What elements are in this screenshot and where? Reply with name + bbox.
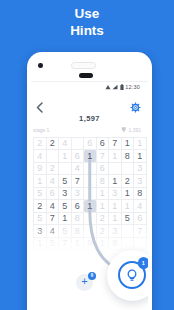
grid-cell[interactable]: 2 [47,138,60,151]
grid-cell[interactable]: 4 [47,175,60,188]
grid-cell[interactable]: 1 [134,138,147,151]
best-score-value: 1,391 [128,127,141,133]
grid-cell[interactable] [84,175,97,188]
grid-cell[interactable]: 3 [59,188,72,201]
grid-cell[interactable]: 6 [47,188,60,201]
grid-cell[interactable] [72,138,85,151]
stage-label: stage 1 [33,127,49,133]
grid-cell[interactable]: 1 [59,150,72,163]
grid-cell[interactable]: 6 [72,200,85,213]
grid-cell[interactable]: 1 [84,200,97,213]
grid-cell[interactable]: 3 [72,188,85,201]
grid-cell[interactable]: 1 [84,150,97,163]
promo-title-line1: Use [0,5,174,22]
promo-title-line2: Hints [0,22,174,39]
grid-cell[interactable]: 6 [72,150,85,163]
grid-cell[interactable]: 6 [84,138,97,151]
score-value: 1,597 [31,114,148,123]
cell-signal-icon [112,84,118,90]
battery-icon [120,84,124,91]
grid-cell[interactable]: 1 [122,200,135,213]
grid-cell[interactable]: 8 [134,188,147,201]
grid-cell[interactable]: 7 [97,150,110,163]
status-time: 12:30 [125,84,140,90]
grid-cell[interactable]: 1 [122,188,135,201]
grid-cell[interactable]: 2 [34,200,47,213]
grid-cell[interactable]: 2 [122,175,135,188]
grid-cell[interactable]: 6 [97,163,110,176]
grid-cell[interactable]: 1 [97,200,110,213]
grid-cell[interactable]: 1 [97,188,110,201]
best-score-group: 1,391 [121,127,141,133]
grid-cell[interactable]: 2 [47,163,60,176]
phone-screen: 12:30 1,597 stage [31,81,148,310]
grid-cell[interactable]: 2 [34,138,47,151]
gear-icon[interactable] [130,102,141,113]
back-button[interactable] [36,102,44,113]
grid-cell[interactable]: 7 [109,138,122,151]
grid-cell[interactable] [122,163,135,176]
grid-cell[interactable]: 8 [97,175,110,188]
grid-cell[interactable]: 4 [59,138,72,151]
subheader: stage 1 1,391 [33,127,141,133]
wifi-icon [105,84,111,90]
grid-cell[interactable]: 3 [134,175,147,188]
add-numbers-badge: 6 [88,272,96,280]
grid-cell[interactable]: 5 [34,188,47,201]
grid-cell[interactable]: 1 [134,150,147,163]
hint-badge: 1 [138,257,149,269]
promo-background: Use Hints 12:30 [0,0,174,310]
grid-cell[interactable]: 1 [34,175,47,188]
grid-cell[interactable]: 1 [122,138,135,151]
grid-cell[interactable]: 1 [109,175,122,188]
grid-cell[interactable]: 3 [134,163,147,176]
grid-cell[interactable]: 5 [59,200,72,213]
grid-cell[interactable]: 1 [109,200,122,213]
grid-cell[interactable] [47,150,60,163]
grid-cell[interactable]: 7 [72,175,85,188]
grid-cell[interactable]: 1 [109,150,122,163]
trophy-icon [121,127,127,133]
grid-cell[interactable]: 4 [134,200,147,213]
grid-cell[interactable] [84,188,97,201]
phone-camera [38,63,43,68]
grid-cell[interactable]: 4 [72,163,85,176]
grid-cell[interactable]: 8 [122,150,135,163]
grid-cell[interactable]: 3 [109,188,122,201]
grid-cell[interactable]: 9 [34,163,47,176]
grid-cell[interactable]: 5 [59,175,72,188]
phone-speaker [79,73,93,79]
grid-cell[interactable] [109,163,122,176]
lightbulb-icon [125,268,139,282]
phone-mockup: 12:30 1,597 stage [27,52,152,310]
grid-cell[interactable]: 4 [34,150,47,163]
grid-cell[interactable]: 4 [47,200,60,213]
grid-cell[interactable] [59,163,72,176]
grid-cell[interactable]: 6 [97,138,110,151]
promo-title: Use Hints [0,5,174,39]
status-bar: 12:30 [105,84,140,91]
grid-cell[interactable] [84,163,97,176]
phone-speaker-slot [71,62,96,69]
